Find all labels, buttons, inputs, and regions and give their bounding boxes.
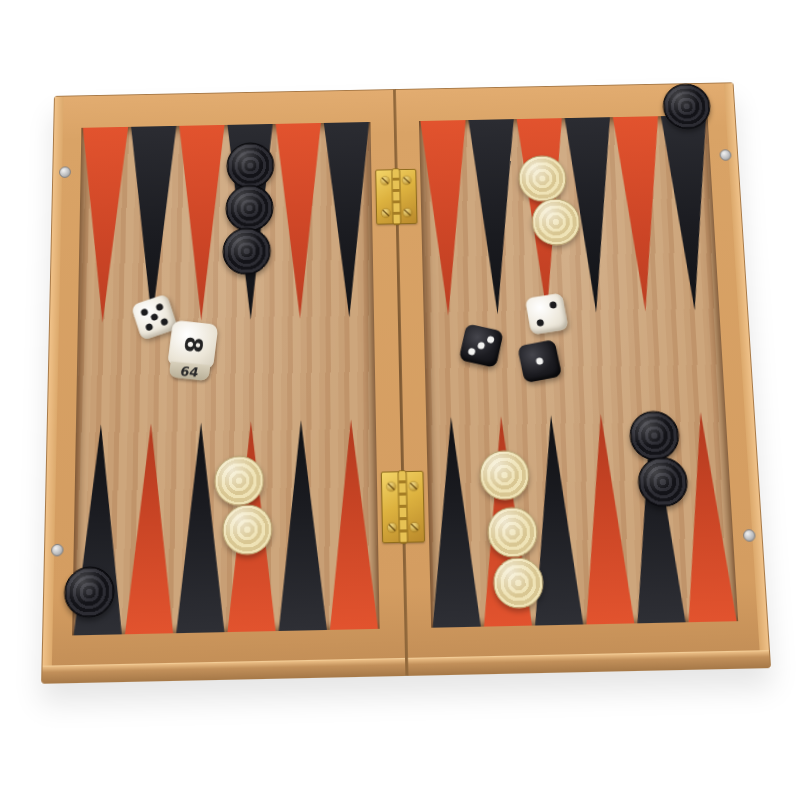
point-right-top-6-black — [659, 115, 719, 311]
brass-hinge-top — [375, 169, 417, 225]
die-black-1[interactable] — [517, 340, 562, 384]
brass-hinge-bottom — [381, 471, 425, 544]
left-playing-surface: 864 — [72, 122, 380, 635]
points-row-left-top — [78, 122, 374, 323]
die-pip — [535, 358, 543, 366]
hinge-screw — [410, 523, 419, 532]
hinge-screw — [387, 523, 396, 532]
point-left-top-5-red — [274, 123, 325, 319]
point-right-bottom-1-black — [426, 416, 482, 627]
board-right-half — [394, 82, 771, 676]
point-right-bottom-6-red — [676, 411, 739, 622]
doubling-cube-front-number: 64 — [179, 363, 200, 379]
hinge-screw — [386, 482, 395, 491]
point-left-bottom-5-black — [276, 420, 328, 631]
point-right-top-5-red — [611, 116, 670, 312]
hinge-screw — [381, 208, 390, 217]
point-right-top-1-red — [419, 120, 473, 316]
point-left-bottom-2-red — [123, 423, 176, 635]
right-playing-surface — [419, 115, 738, 628]
hinge-screw — [409, 481, 418, 490]
point-left-bottom-3-black — [175, 422, 226, 634]
die-pip — [156, 302, 165, 311]
points-row-right-bottom — [426, 411, 738, 628]
hinge-screw — [402, 176, 411, 185]
hinge-pin — [398, 470, 409, 544]
point-left-top-3-red — [177, 125, 226, 321]
point-left-top-2-black — [127, 126, 178, 322]
die-pip — [477, 341, 485, 349]
die-pip — [536, 319, 544, 327]
hinge-screw — [403, 208, 412, 217]
doubling-cube-top-number: 8 — [180, 334, 206, 353]
point-left-bottom-6-red — [326, 419, 380, 630]
die-pip — [140, 307, 149, 316]
die-pip — [161, 317, 170, 326]
hinge-pin — [391, 168, 401, 225]
photo-background: 864 — [0, 0, 800, 800]
board-left-half: 864 — [41, 89, 406, 684]
point-right-bottom-4-red — [576, 413, 636, 624]
die-white-2[interactable] — [525, 292, 569, 335]
die-pip — [151, 312, 160, 321]
doubling-cube[interactable]: 864 — [165, 320, 218, 383]
die-pip — [467, 347, 475, 355]
point-left-top-1-red — [78, 127, 130, 324]
hinge-screw — [381, 177, 390, 186]
die-black-3[interactable] — [458, 323, 503, 368]
backgammon-board: 864 — [41, 82, 771, 684]
point-right-top-2-black — [467, 119, 522, 315]
doubling-cube-front-face: 64 — [168, 361, 210, 381]
die-pip — [145, 323, 154, 332]
die-pip — [548, 301, 556, 309]
point-left-top-6-black — [322, 122, 374, 318]
die-pip — [486, 335, 494, 343]
